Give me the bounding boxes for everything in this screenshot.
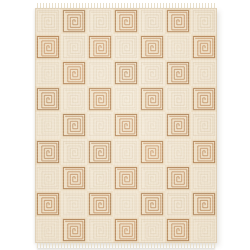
- spiral-path: [39, 117, 57, 135]
- spiral-path: [65, 169, 83, 187]
- spiral-path: [169, 91, 187, 109]
- motif-border: [167, 63, 188, 84]
- greek-key-spiral-icon: [191, 86, 217, 112]
- greek-key-square: [61, 217, 87, 243]
- motif-border: [167, 193, 188, 214]
- faint-spiral-icon: [113, 139, 139, 165]
- plain-square: [87, 60, 113, 86]
- greek-key-spiral-icon: [191, 191, 217, 217]
- spiral-path: [143, 169, 161, 187]
- spiral-path: [169, 195, 187, 213]
- plain-square: [35, 165, 61, 191]
- faint-spiral-icon: [139, 165, 165, 191]
- spiral-path: [143, 143, 161, 161]
- faint-spiral-icon: [165, 191, 191, 217]
- motif-border: [37, 193, 58, 214]
- spiral-path: [169, 64, 187, 82]
- greek-key-square: [165, 112, 191, 138]
- greek-key-spiral-icon: [139, 191, 165, 217]
- greek-key-square: [61, 112, 87, 138]
- spiral-path: [91, 195, 109, 213]
- motif-border: [89, 115, 110, 136]
- faint-spiral-icon: [113, 86, 139, 112]
- greek-key-spiral-icon: [191, 139, 217, 165]
- motif-border: [63, 193, 84, 214]
- motif-border: [115, 167, 136, 188]
- spiral-path: [65, 64, 83, 82]
- motif-border: [115, 37, 136, 58]
- motif-border: [63, 63, 84, 84]
- plain-square: [139, 112, 165, 138]
- greek-key-spiral-icon: [61, 60, 87, 86]
- motif-border: [141, 63, 162, 84]
- motif-border: [37, 37, 58, 58]
- spiral-path: [117, 169, 135, 187]
- faint-spiral-icon: [61, 191, 87, 217]
- plain-square: [191, 60, 217, 86]
- greek-key-square: [191, 191, 217, 217]
- motif-border: [193, 10, 214, 31]
- faint-spiral-icon: [139, 8, 165, 34]
- greek-key-spiral-icon: [165, 8, 191, 34]
- motif-border: [89, 10, 110, 31]
- plain-square: [139, 8, 165, 34]
- motif-border: [115, 10, 136, 31]
- plain-square: [87, 8, 113, 34]
- greek-key-spiral-icon: [113, 112, 139, 138]
- spiral-path: [39, 195, 57, 213]
- faint-spiral-icon: [113, 191, 139, 217]
- greek-key-spiral-icon: [61, 112, 87, 138]
- spiral-path: [169, 12, 187, 30]
- motif-border: [63, 10, 84, 31]
- spiral-path: [39, 91, 57, 109]
- greek-key-square: [165, 60, 191, 86]
- greek-key-square: [139, 86, 165, 112]
- faint-spiral-icon: [87, 217, 113, 243]
- faint-spiral-icon: [35, 112, 61, 138]
- motif-border: [141, 10, 162, 31]
- faint-spiral-icon: [191, 165, 217, 191]
- motif-border: [63, 141, 84, 162]
- faint-spiral-icon: [191, 60, 217, 86]
- spiral-path: [65, 91, 83, 109]
- motif-border: [115, 89, 136, 110]
- spiral-path: [169, 221, 187, 239]
- spiral-path: [65, 221, 83, 239]
- spiral-path: [195, 12, 213, 30]
- faint-spiral-icon: [61, 34, 87, 60]
- spiral-path: [169, 143, 187, 161]
- motif-border: [167, 10, 188, 31]
- plain-square: [139, 217, 165, 243]
- spiral-path: [117, 91, 135, 109]
- greek-key-square: [191, 86, 217, 112]
- faint-spiral-icon: [165, 139, 191, 165]
- plain-square: [61, 191, 87, 217]
- spiral-path: [65, 12, 83, 30]
- greek-key-square: [165, 8, 191, 34]
- spiral-path: [65, 195, 83, 213]
- motif-border: [63, 37, 84, 58]
- motif-border: [141, 193, 162, 214]
- spiral-path: [91, 38, 109, 56]
- greek-key-square: [61, 60, 87, 86]
- motif-border: [37, 167, 58, 188]
- motif-border: [141, 115, 162, 136]
- spiral-path: [169, 38, 187, 56]
- motif-border: [115, 219, 136, 240]
- spiral-path: [195, 195, 213, 213]
- greek-key-spiral-icon: [87, 86, 113, 112]
- spiral-path: [143, 221, 161, 239]
- motif-border: [37, 219, 58, 240]
- plain-square: [35, 60, 61, 86]
- spiral-path: [195, 169, 213, 187]
- plain-square: [113, 86, 139, 112]
- greek-key-square: [113, 217, 139, 243]
- motif-border: [193, 89, 214, 110]
- plain-square: [191, 217, 217, 243]
- rug: [35, 8, 217, 243]
- faint-spiral-icon: [191, 8, 217, 34]
- greek-key-square: [165, 217, 191, 243]
- rug-pattern-grid: [35, 8, 217, 243]
- greek-key-spiral-icon: [35, 86, 61, 112]
- greek-key-square: [139, 34, 165, 60]
- greek-key-square: [35, 86, 61, 112]
- motif-border: [141, 219, 162, 240]
- plain-square: [191, 165, 217, 191]
- motif-border: [89, 167, 110, 188]
- motif-border: [37, 10, 58, 31]
- motif-border: [37, 115, 58, 136]
- greek-key-square: [113, 8, 139, 34]
- motif-border: [167, 115, 188, 136]
- spiral-path: [169, 169, 187, 187]
- spiral-path: [65, 143, 83, 161]
- motif-border: [193, 167, 214, 188]
- spiral-path: [143, 38, 161, 56]
- motif-border: [63, 89, 84, 110]
- faint-spiral-icon: [35, 165, 61, 191]
- greek-key-spiral-icon: [61, 217, 87, 243]
- spiral-path: [65, 117, 83, 135]
- spiral-path: [91, 91, 109, 109]
- spiral-path: [39, 12, 57, 30]
- plain-square: [35, 217, 61, 243]
- faint-spiral-icon: [35, 8, 61, 34]
- faint-spiral-icon: [35, 60, 61, 86]
- greek-key-spiral-icon: [35, 34, 61, 60]
- motif-border: [63, 115, 84, 136]
- greek-key-spiral-icon: [113, 60, 139, 86]
- faint-spiral-icon: [87, 8, 113, 34]
- spiral-path: [117, 143, 135, 161]
- plain-square: [139, 165, 165, 191]
- plain-square: [191, 8, 217, 34]
- spiral-path: [91, 117, 109, 135]
- faint-spiral-icon: [139, 217, 165, 243]
- greek-key-spiral-icon: [113, 217, 139, 243]
- spiral-path: [91, 143, 109, 161]
- greek-key-spiral-icon: [139, 86, 165, 112]
- greek-key-square: [191, 139, 217, 165]
- motif-border: [193, 219, 214, 240]
- faint-spiral-icon: [113, 34, 139, 60]
- spiral-path: [91, 64, 109, 82]
- spiral-path: [195, 117, 213, 135]
- motif-border: [89, 89, 110, 110]
- greek-key-square: [61, 165, 87, 191]
- greek-key-spiral-icon: [87, 191, 113, 217]
- plain-square: [87, 217, 113, 243]
- greek-key-square: [61, 8, 87, 34]
- faint-spiral-icon: [191, 112, 217, 138]
- spiral-path: [143, 12, 161, 30]
- greek-key-square: [35, 34, 61, 60]
- greek-key-square: [87, 191, 113, 217]
- greek-key-spiral-icon: [165, 217, 191, 243]
- motif-border: [141, 167, 162, 188]
- plain-square: [113, 139, 139, 165]
- greek-key-spiral-icon: [139, 139, 165, 165]
- motif-border: [167, 89, 188, 110]
- rug-fringe-bottom: [37, 243, 215, 248]
- plain-square: [35, 112, 61, 138]
- greek-key-spiral-icon: [35, 191, 61, 217]
- motif-border: [63, 167, 84, 188]
- spiral-path: [195, 143, 213, 161]
- greek-key-spiral-icon: [191, 34, 217, 60]
- plain-square: [61, 86, 87, 112]
- greek-key-spiral-icon: [165, 112, 191, 138]
- plain-square: [165, 191, 191, 217]
- spiral-path: [91, 12, 109, 30]
- plain-square: [61, 139, 87, 165]
- greek-key-square: [87, 139, 113, 165]
- faint-spiral-icon: [165, 34, 191, 60]
- faint-spiral-icon: [61, 86, 87, 112]
- motif-border: [89, 63, 110, 84]
- faint-spiral-icon: [165, 86, 191, 112]
- greek-key-square: [87, 86, 113, 112]
- spiral-path: [195, 91, 213, 109]
- motif-border: [167, 167, 188, 188]
- greek-key-square: [139, 139, 165, 165]
- motif-border: [193, 63, 214, 84]
- plain-square: [165, 34, 191, 60]
- motif-border: [193, 115, 214, 136]
- faint-spiral-icon: [139, 60, 165, 86]
- motif-border: [89, 219, 110, 240]
- motif-border: [115, 141, 136, 162]
- motif-border: [115, 193, 136, 214]
- greek-key-spiral-icon: [165, 60, 191, 86]
- motif-border: [89, 141, 110, 162]
- greek-key-spiral-icon: [113, 8, 139, 34]
- greek-key-spiral-icon: [139, 34, 165, 60]
- plain-square: [87, 165, 113, 191]
- spiral-path: [117, 195, 135, 213]
- plain-square: [87, 112, 113, 138]
- spiral-path: [39, 143, 57, 161]
- spiral-path: [65, 38, 83, 56]
- faint-spiral-icon: [139, 112, 165, 138]
- plain-square: [35, 8, 61, 34]
- spiral-path: [91, 169, 109, 187]
- greek-key-square: [113, 60, 139, 86]
- faint-spiral-icon: [191, 217, 217, 243]
- motif-border: [37, 141, 58, 162]
- motif-border: [193, 37, 214, 58]
- plain-square: [191, 112, 217, 138]
- greek-key-spiral-icon: [35, 139, 61, 165]
- greek-key-spiral-icon: [61, 165, 87, 191]
- greek-key-spiral-icon: [87, 139, 113, 165]
- spiral-path: [195, 64, 213, 82]
- greek-key-spiral-icon: [113, 165, 139, 191]
- plain-square: [113, 34, 139, 60]
- spiral-path: [169, 117, 187, 135]
- greek-key-square: [113, 112, 139, 138]
- motif-border: [141, 141, 162, 162]
- motif-border: [193, 141, 214, 162]
- plain-square: [113, 191, 139, 217]
- greek-key-spiral-icon: [61, 8, 87, 34]
- greek-key-square: [87, 34, 113, 60]
- motif-border: [89, 37, 110, 58]
- faint-spiral-icon: [61, 139, 87, 165]
- spiral-path: [117, 221, 135, 239]
- spiral-path: [117, 117, 135, 135]
- greek-key-square: [139, 191, 165, 217]
- motif-border: [167, 219, 188, 240]
- plain-square: [61, 34, 87, 60]
- spiral-path: [195, 221, 213, 239]
- motif-border: [115, 115, 136, 136]
- motif-border: [141, 89, 162, 110]
- faint-spiral-icon: [87, 165, 113, 191]
- spiral-path: [117, 38, 135, 56]
- spiral-path: [143, 195, 161, 213]
- plain-square: [165, 139, 191, 165]
- motif-border: [37, 89, 58, 110]
- spiral-path: [143, 64, 161, 82]
- motif-border: [193, 193, 214, 214]
- greek-key-square: [113, 165, 139, 191]
- motif-border: [37, 63, 58, 84]
- motif-border: [115, 63, 136, 84]
- spiral-path: [117, 12, 135, 30]
- faint-spiral-icon: [87, 112, 113, 138]
- spiral-path: [39, 64, 57, 82]
- motif-border: [63, 219, 84, 240]
- spiral-path: [195, 38, 213, 56]
- plain-square: [165, 86, 191, 112]
- motif-border: [167, 37, 188, 58]
- spiral-path: [143, 117, 161, 135]
- spiral-path: [39, 38, 57, 56]
- motif-border: [89, 193, 110, 214]
- rug-product-photo: [0, 0, 250, 250]
- spiral-path: [39, 221, 57, 239]
- greek-key-square: [191, 34, 217, 60]
- greek-key-spiral-icon: [87, 34, 113, 60]
- plain-square: [139, 60, 165, 86]
- motif-border: [167, 141, 188, 162]
- greek-key-spiral-icon: [165, 165, 191, 191]
- spiral-path: [91, 221, 109, 239]
- spiral-path: [117, 64, 135, 82]
- greek-key-square: [35, 191, 61, 217]
- greek-key-square: [165, 165, 191, 191]
- faint-spiral-icon: [35, 217, 61, 243]
- spiral-path: [39, 169, 57, 187]
- faint-spiral-icon: [87, 60, 113, 86]
- greek-key-square: [35, 139, 61, 165]
- motif-border: [141, 37, 162, 58]
- spiral-path: [143, 91, 161, 109]
